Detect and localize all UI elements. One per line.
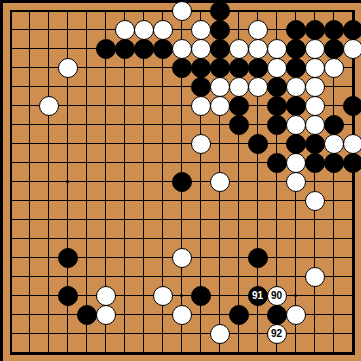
stone-black-11-2[interactable] — [210, 39, 230, 59]
move-number-label: 90 — [271, 286, 282, 306]
stone-white-16-10[interactable] — [305, 191, 325, 211]
stone-white-11-4[interactable] — [210, 77, 230, 97]
stone-white-12-2[interactable] — [229, 39, 249, 59]
stone-black-16-7[interactable] — [305, 134, 325, 154]
stone-black-14-6[interactable] — [267, 115, 287, 135]
stone-white-10-2[interactable] — [191, 39, 211, 59]
stone-black-16-8[interactable] — [305, 153, 325, 173]
move-number-label: 92 — [271, 324, 282, 344]
stone-white-9-13[interactable] — [172, 248, 192, 268]
stone-black-15-2[interactable] — [286, 39, 306, 59]
stone-black-15-7[interactable] — [286, 134, 306, 154]
stone-white-7-1[interactable] — [134, 20, 154, 40]
move-number-label: 91 — [252, 286, 263, 306]
stone-black-11-3[interactable] — [210, 58, 230, 78]
stone-black-13-13[interactable] — [248, 248, 268, 268]
stone-white-14-3[interactable] — [267, 58, 287, 78]
stone-black-14-16[interactable] — [267, 305, 287, 325]
stone-white-10-1[interactable] — [191, 20, 211, 40]
stone-white-6-1[interactable] — [115, 20, 135, 40]
stone-white-5-16[interactable] — [96, 305, 116, 325]
star-point-3-9 — [66, 180, 69, 183]
grid-line-h-12 — [10, 238, 355, 239]
stone-black-9-3[interactable] — [172, 58, 192, 78]
stone-black-18-5[interactable] — [343, 96, 361, 116]
stone-white-13-4[interactable] — [248, 77, 268, 97]
stone-black-12-3[interactable] — [229, 58, 249, 78]
stone-black-13-3[interactable] — [248, 58, 268, 78]
stone-white-10-5[interactable] — [191, 96, 211, 116]
stone-white-16-5[interactable] — [305, 96, 325, 116]
stone-white-17-3[interactable] — [324, 58, 344, 78]
stone-white-16-14[interactable] — [305, 267, 325, 287]
grid-line-v-0 — [10, 10, 12, 355]
stone-white-11-17[interactable] — [210, 324, 230, 344]
stone-white-3-3[interactable] — [58, 58, 78, 78]
stone-black-17-8[interactable] — [324, 153, 344, 173]
stone-black-17-1[interactable] — [324, 20, 344, 40]
go-board[interactable]: 919092 — [0, 0, 361, 361]
stone-white-14-15[interactable]: 90 — [267, 286, 287, 306]
stone-white-10-7[interactable] — [191, 134, 211, 154]
stone-black-7-2[interactable] — [134, 39, 154, 59]
star-point-15-15 — [294, 294, 297, 297]
stone-black-15-1[interactable] — [286, 20, 306, 40]
stone-black-12-16[interactable] — [229, 305, 249, 325]
stone-white-15-4[interactable] — [286, 77, 306, 97]
grid-line-h-14 — [10, 276, 355, 277]
stone-white-13-2[interactable] — [248, 39, 268, 59]
stone-white-8-15[interactable] — [153, 286, 173, 306]
stone-black-14-5[interactable] — [267, 96, 287, 116]
grid-line-v-18 — [352, 10, 355, 355]
stone-black-3-15[interactable] — [58, 286, 78, 306]
stone-black-15-3[interactable] — [286, 58, 306, 78]
grid-line-v-6 — [124, 10, 125, 355]
stone-white-2-5[interactable] — [39, 96, 59, 116]
stone-white-18-7[interactable] — [343, 134, 361, 154]
stone-white-16-6[interactable] — [305, 115, 325, 135]
stone-white-11-5[interactable] — [210, 96, 230, 116]
stone-white-5-15[interactable] — [96, 286, 116, 306]
stone-black-3-13[interactable] — [58, 248, 78, 268]
grid-line-v-2 — [48, 10, 49, 355]
stone-black-8-2[interactable] — [153, 39, 173, 59]
stone-white-15-6[interactable] — [286, 115, 306, 135]
stone-white-16-3[interactable] — [305, 58, 325, 78]
grid-line-h-17 — [10, 333, 355, 334]
stone-white-15-9[interactable] — [286, 172, 306, 192]
stone-white-15-8[interactable] — [286, 153, 306, 173]
stone-black-16-1[interactable] — [305, 20, 325, 40]
star-point-9-15 — [180, 294, 183, 297]
grid-line-v-4 — [86, 10, 87, 355]
stone-black-13-15[interactable]: 91 — [248, 286, 268, 306]
stone-white-14-2[interactable] — [267, 39, 287, 59]
stone-white-13-1[interactable] — [248, 20, 268, 40]
board-frame-left — [0, 0, 3, 361]
stone-white-14-17[interactable]: 92 — [267, 324, 287, 344]
stone-white-16-2[interactable] — [305, 39, 325, 59]
stone-black-17-6[interactable] — [324, 115, 344, 135]
stone-black-14-8[interactable] — [267, 153, 287, 173]
stone-black-15-5[interactable] — [286, 96, 306, 116]
stone-black-10-15[interactable] — [191, 286, 211, 306]
stone-black-5-2[interactable] — [96, 39, 116, 59]
grid-line-v-1 — [29, 10, 30, 355]
stone-white-17-7[interactable] — [324, 134, 344, 154]
stone-black-12-6[interactable] — [229, 115, 249, 135]
stone-black-18-8[interactable] — [343, 153, 361, 173]
stone-black-14-4[interactable] — [267, 77, 287, 97]
stone-black-10-4[interactable] — [191, 77, 211, 97]
stone-white-9-2[interactable] — [172, 39, 192, 59]
stone-black-6-2[interactable] — [115, 39, 135, 59]
stone-white-18-2[interactable] — [343, 39, 361, 59]
grid-line-v-7 — [143, 10, 144, 355]
stone-white-8-1[interactable] — [153, 20, 173, 40]
stone-black-13-7[interactable] — [248, 134, 268, 154]
stone-white-15-16[interactable] — [286, 305, 306, 325]
grid-line-h-10 — [10, 200, 355, 201]
stone-black-9-9[interactable] — [172, 172, 192, 192]
stone-black-11-1[interactable] — [210, 20, 230, 40]
stone-white-9-0[interactable] — [172, 1, 192, 21]
stone-black-4-16[interactable] — [77, 305, 97, 325]
stone-white-9-16[interactable] — [172, 305, 192, 325]
stone-black-17-2[interactable] — [324, 39, 344, 59]
stone-black-18-1[interactable] — [343, 20, 361, 40]
grid-line-h-18 — [10, 352, 355, 355]
stone-black-12-5[interactable] — [229, 96, 249, 116]
stone-black-10-3[interactable] — [191, 58, 211, 78]
stone-white-11-9[interactable] — [210, 172, 230, 192]
stone-black-11-0[interactable] — [210, 1, 230, 21]
stone-white-12-4[interactable] — [229, 77, 249, 97]
stone-white-16-4[interactable] — [305, 77, 325, 97]
grid-line-h-11 — [10, 219, 355, 220]
